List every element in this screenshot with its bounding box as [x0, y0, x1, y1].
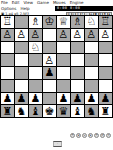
- square-a2[interactable]: ♙: [99, 29, 112, 41]
- black-pawn: ♟: [59, 93, 69, 104]
- black-king: ♚: [45, 105, 55, 116]
- square-e8[interactable]: ♚: [43, 105, 56, 117]
- square-c7[interactable]: ♟: [71, 93, 84, 105]
- white-pawn: ♙: [17, 29, 27, 40]
- square-d7[interactable]: ♟: [57, 93, 70, 105]
- square-e7[interactable]: [43, 93, 56, 105]
- previous-move-button[interactable]: ◂: [76, 133, 81, 138]
- menu-file[interactable]: File: [1, 1, 8, 5]
- black-pawn: ♟: [87, 93, 97, 104]
- menu-game[interactable]: Game: [37, 1, 49, 5]
- square-b3[interactable]: [85, 42, 98, 54]
- square-e5[interactable]: ♟: [43, 67, 56, 79]
- white-pawn: ♙: [45, 54, 55, 65]
- square-d3[interactable]: [57, 42, 70, 54]
- square-d1[interactable]: ♕: [57, 16, 70, 28]
- menu-view[interactable]: View: [23, 1, 33, 5]
- black-queen: ♛: [59, 105, 69, 116]
- square-f8[interactable]: ♝: [29, 105, 42, 117]
- square-b8[interactable]: ♞: [85, 105, 98, 117]
- square-d8[interactable]: ♛: [57, 105, 70, 117]
- square-g3[interactable]: [15, 42, 28, 54]
- white-pawn: ♙: [3, 29, 13, 40]
- last-move-button[interactable]: »: [94, 133, 99, 138]
- close-panel-button[interactable]: ×: [106, 133, 111, 138]
- square-g7[interactable]: ♟: [15, 93, 28, 105]
- square-a6[interactable]: [99, 80, 112, 92]
- first-move-button[interactable]: «: [70, 133, 75, 138]
- white-pawn: ♙: [73, 29, 83, 40]
- white-pawn: ♙: [101, 29, 111, 40]
- chess-app-window: File Edit View Game Moves Engine Options…: [0, 0, 113, 150]
- square-a5[interactable]: [99, 67, 112, 79]
- white-queen: ♕: [59, 16, 69, 27]
- black-bishop: ♝: [31, 105, 41, 116]
- square-b4[interactable]: [85, 54, 98, 66]
- square-f3[interactable]: ♘: [29, 42, 42, 54]
- square-c1[interactable]: ♗: [71, 16, 84, 28]
- square-b6[interactable]: [85, 80, 98, 92]
- square-b5[interactable]: [85, 67, 98, 79]
- menu-options[interactable]: Options: [1, 6, 16, 11]
- square-b7[interactable]: ♟: [85, 93, 98, 105]
- square-g4[interactable]: [15, 54, 28, 66]
- white-pawn: ♙: [87, 29, 97, 40]
- square-h7[interactable]: ♟: [1, 93, 14, 105]
- square-a8[interactable]: ♜: [99, 105, 112, 117]
- black-pawn: ♟: [101, 93, 111, 104]
- square-g2[interactable]: ♙: [15, 29, 28, 41]
- white-knight: ♘: [31, 42, 41, 53]
- black-knight: ♞: [17, 105, 27, 116]
- white-rook: ♖: [101, 16, 111, 27]
- square-f2[interactable]: ♙: [29, 29, 42, 41]
- black-pawn: ♟: [45, 67, 55, 78]
- square-c2[interactable]: ♙: [71, 29, 84, 41]
- menu-bar-row2-items: Options Help: [1, 6, 30, 11]
- square-g8[interactable]: ♞: [15, 105, 28, 117]
- clock-display: 0:00 0:00: [55, 6, 113, 11]
- black-pawn: ♟: [73, 93, 83, 104]
- square-e3[interactable]: [43, 42, 56, 54]
- square-d6[interactable]: [57, 80, 70, 92]
- menu-engine[interactable]: Engine: [70, 1, 84, 5]
- square-c4[interactable]: [71, 54, 84, 66]
- stop-button[interactable]: ▪: [82, 133, 87, 138]
- square-g1[interactable]: [15, 16, 28, 28]
- white-knight: ♘: [87, 16, 97, 27]
- black-rook: ♜: [3, 105, 13, 116]
- white-bishop: ♗: [31, 16, 41, 27]
- square-f4[interactable]: [29, 54, 42, 66]
- white-pawn: ♙: [59, 29, 69, 40]
- black-bishop: ♝: [73, 105, 83, 116]
- square-b2[interactable]: ♙: [85, 29, 98, 41]
- square-c8[interactable]: ♝: [71, 105, 84, 117]
- square-f1[interactable]: ♗: [29, 16, 42, 28]
- square-g6[interactable]: [15, 80, 28, 92]
- square-e4[interactable]: ♙: [43, 54, 56, 66]
- white-pawn: ♙: [31, 29, 41, 40]
- square-e1[interactable]: ♔: [43, 16, 56, 28]
- black-pawn: ♟: [17, 93, 27, 104]
- square-c3[interactable]: [71, 42, 84, 54]
- square-a3[interactable]: [99, 42, 112, 54]
- black-rook: ♜: [101, 105, 111, 116]
- white-rook: ♖: [3, 16, 13, 27]
- square-b1[interactable]: ♘: [85, 16, 98, 28]
- menu-help[interactable]: Help: [20, 6, 29, 11]
- white-bishop: ♗: [73, 16, 83, 27]
- square-e2[interactable]: [43, 29, 56, 41]
- square-h6[interactable]: [1, 80, 14, 92]
- menu-bar-row2: Options Help 0:00 0:00: [0, 5, 113, 11]
- chess-board: ♖♗♔♕♗♘♖♙♙♙♙♙♙♙♘♙♟♟♟♟♟♟♟♟♜♞♝♚♛♝♞♜: [0, 15, 113, 118]
- menu-edit[interactable]: Edit: [12, 1, 20, 5]
- rotate-board-button[interactable]: ↺: [100, 133, 105, 138]
- square-h4[interactable]: [1, 54, 14, 66]
- square-d4[interactable]: [57, 54, 70, 66]
- square-f6[interactable]: [29, 80, 42, 92]
- black-pawn: ♟: [31, 93, 41, 104]
- square-h1[interactable]: ♖: [1, 16, 14, 28]
- square-e6[interactable]: [43, 80, 56, 92]
- square-c5[interactable]: [71, 67, 84, 79]
- navigation-buttons: « ◂ ▪ ▸ » ↺ ×: [70, 133, 111, 138]
- square-d5[interactable]: [57, 67, 70, 79]
- black-knight: ♞: [87, 105, 97, 116]
- square-h3[interactable]: [1, 42, 14, 54]
- square-d2[interactable]: ♙: [57, 29, 70, 41]
- square-h2[interactable]: ♙: [1, 29, 14, 41]
- square-a7[interactable]: ♟: [99, 93, 112, 105]
- square-c6[interactable]: [71, 80, 84, 92]
- menu-moves[interactable]: Moves: [53, 1, 66, 5]
- square-f7[interactable]: ♟: [29, 93, 42, 105]
- square-h5[interactable]: [1, 67, 14, 79]
- square-h8[interactable]: ♜: [1, 105, 14, 117]
- square-a1[interactable]: ♖: [99, 16, 112, 28]
- square-g5[interactable]: [15, 67, 28, 79]
- white-king: ♔: [45, 16, 55, 27]
- size-grip-button[interactable]: ·: [53, 141, 62, 147]
- next-move-button[interactable]: ▸: [88, 133, 93, 138]
- square-f5[interactable]: [29, 67, 42, 79]
- square-a4[interactable]: [99, 54, 112, 66]
- black-pawn: ♟: [3, 93, 13, 104]
